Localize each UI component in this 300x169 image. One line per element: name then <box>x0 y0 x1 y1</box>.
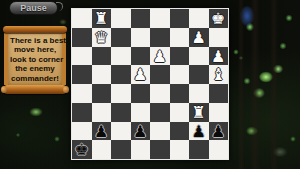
square-e2[interactable] <box>150 122 170 141</box>
hint-line: move here, <box>10 45 60 54</box>
black-pawn: ♟ <box>131 122 151 141</box>
square-h6[interactable]: ♟ <box>209 47 229 66</box>
chess-board: ♜♚♛♟♟♟♟♝♜♟♟♟♟♚ <box>71 8 229 160</box>
square-g7[interactable]: ♟ <box>189 28 209 47</box>
square-c4[interactable] <box>111 84 131 103</box>
square-h2[interactable]: ♟ <box>209 122 229 141</box>
square-g1[interactable] <box>189 140 209 159</box>
square-c2[interactable] <box>111 122 131 141</box>
square-h1[interactable] <box>209 140 229 159</box>
square-d4[interactable] <box>131 84 151 103</box>
square-g6[interactable] <box>189 47 209 66</box>
square-f4[interactable] <box>170 84 190 103</box>
square-d2[interactable]: ♟ <box>131 122 151 141</box>
square-b8[interactable]: ♜ <box>92 9 112 28</box>
square-e6[interactable]: ♟ <box>150 47 170 66</box>
square-e5[interactable] <box>150 65 170 84</box>
hint-line: There is a best <box>10 36 60 45</box>
square-h7[interactable] <box>209 28 229 47</box>
square-b5[interactable] <box>92 65 112 84</box>
square-b6[interactable] <box>92 47 112 66</box>
tree-trunk <box>250 0 260 169</box>
square-c8[interactable] <box>111 9 131 28</box>
square-d1[interactable] <box>131 140 151 159</box>
square-c3[interactable] <box>111 103 131 122</box>
square-g5[interactable] <box>189 65 209 84</box>
square-d3[interactable] <box>131 103 151 122</box>
square-b2[interactable]: ♟ <box>92 122 112 141</box>
square-e3[interactable] <box>150 103 170 122</box>
square-a7[interactable] <box>72 28 92 47</box>
black-pawn: ♟ <box>92 122 112 141</box>
square-f2[interactable] <box>170 122 190 141</box>
square-h4[interactable] <box>209 84 229 103</box>
square-b1[interactable] <box>92 140 112 159</box>
tree-trunk <box>238 0 244 169</box>
square-h5[interactable]: ♝ <box>209 65 229 84</box>
square-a3[interactable] <box>72 103 92 122</box>
hint-text: There is a best move here, look to corne… <box>4 33 66 85</box>
square-d5[interactable]: ♟ <box>131 65 151 84</box>
black-pawn: ♟ <box>189 122 209 141</box>
white-pawn: ♟ <box>189 28 209 47</box>
white-king: ♚ <box>209 9 229 28</box>
square-b3[interactable] <box>92 103 112 122</box>
square-a6[interactable] <box>72 47 92 66</box>
white-pawn: ♟ <box>131 65 151 84</box>
square-h8[interactable]: ♚ <box>209 9 229 28</box>
square-e4[interactable] <box>150 84 170 103</box>
black-king: ♚ <box>72 140 92 159</box>
square-h3[interactable] <box>209 103 229 122</box>
square-a1[interactable]: ♚ <box>72 140 92 159</box>
square-e8[interactable] <box>150 9 170 28</box>
square-f6[interactable] <box>170 47 190 66</box>
scroll-top-roll <box>3 26 67 33</box>
square-f7[interactable] <box>170 28 190 47</box>
square-a2[interactable] <box>72 122 92 141</box>
white-rook: ♜ <box>92 9 112 28</box>
square-c7[interactable] <box>111 28 131 47</box>
square-g4[interactable] <box>189 84 209 103</box>
square-c5[interactable] <box>111 65 131 84</box>
square-g3[interactable]: ♜ <box>189 103 209 122</box>
square-d7[interactable] <box>131 28 151 47</box>
square-b7[interactable]: ♛ <box>92 28 112 47</box>
pause-button[interactable]: Pause <box>9 1 58 15</box>
tree-trunk <box>270 0 278 169</box>
game-screen: Pause There is a best move here, look to… <box>0 0 300 169</box>
hint-scroll: There is a best move here, look to corne… <box>3 26 67 94</box>
hint-line: commander! <box>10 74 60 83</box>
square-b4[interactable] <box>92 84 112 103</box>
scroll-bottom-roll <box>3 85 67 94</box>
square-a4[interactable] <box>72 84 92 103</box>
square-g8[interactable] <box>189 9 209 28</box>
square-a8[interactable] <box>72 9 92 28</box>
white-bishop: ♝ <box>209 65 229 84</box>
square-c6[interactable] <box>111 47 131 66</box>
square-e7[interactable] <box>150 28 170 47</box>
square-f5[interactable] <box>170 65 190 84</box>
square-a5[interactable] <box>72 65 92 84</box>
square-f1[interactable] <box>170 140 190 159</box>
hint-line: the enemy <box>10 64 60 73</box>
square-c1[interactable] <box>111 140 131 159</box>
hint-line: look to corner <box>10 55 60 64</box>
black-pawn: ♟ <box>209 122 229 141</box>
square-d6[interactable] <box>131 47 151 66</box>
square-g2[interactable]: ♟ <box>189 122 209 141</box>
square-f3[interactable] <box>170 103 190 122</box>
white-pawn: ♟ <box>150 47 170 66</box>
square-d8[interactable] <box>131 9 151 28</box>
square-e1[interactable] <box>150 140 170 159</box>
white-pawn: ♟ <box>209 47 229 66</box>
square-f8[interactable] <box>170 9 190 28</box>
white-queen: ♛ <box>92 28 112 47</box>
white-rook: ♜ <box>189 103 209 122</box>
